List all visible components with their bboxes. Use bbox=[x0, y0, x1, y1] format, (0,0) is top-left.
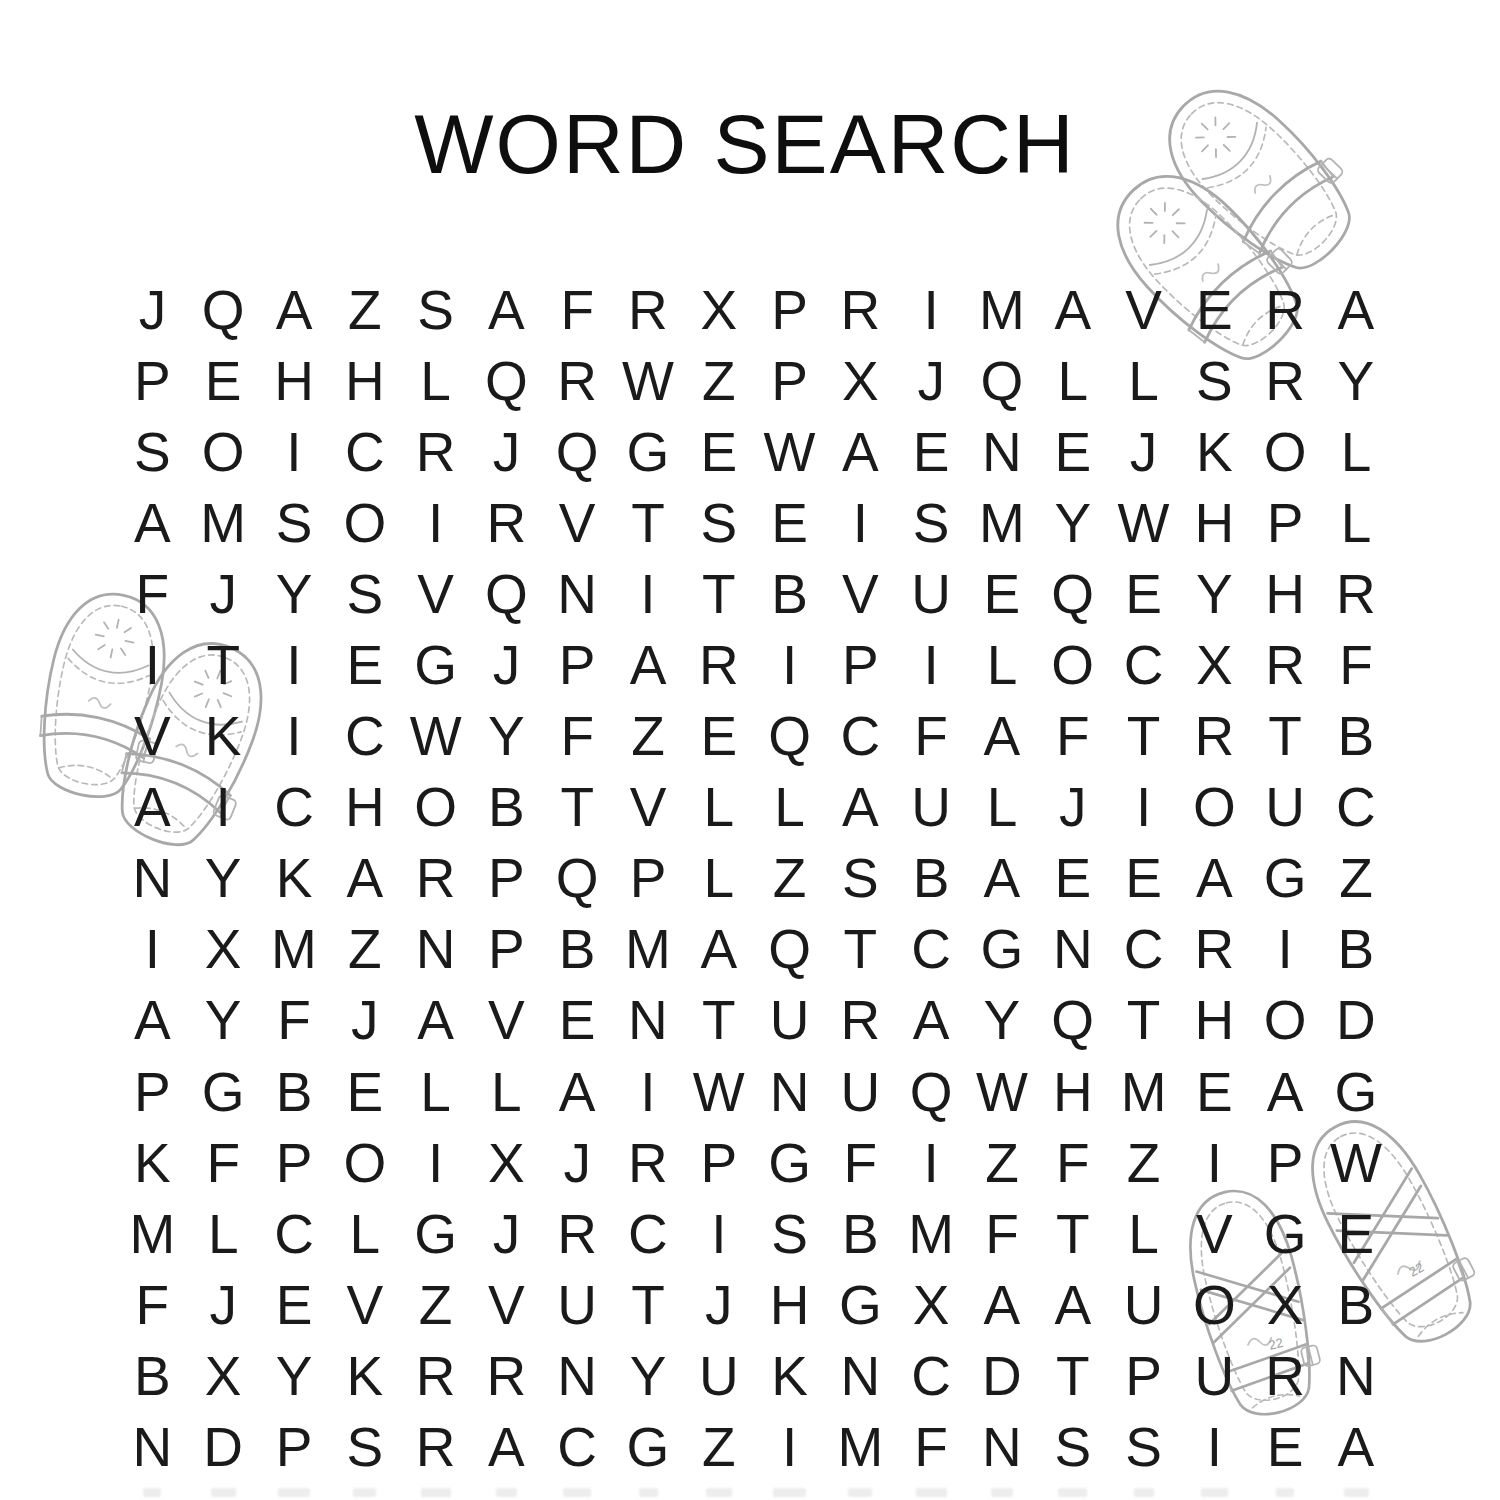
grid-cell[interactable]: J bbox=[542, 1127, 613, 1198]
grid-cell[interactable]: A bbox=[329, 843, 400, 914]
grid-cell[interactable]: P bbox=[471, 843, 542, 914]
grid-cell[interactable]: T bbox=[613, 487, 684, 558]
grid-cell[interactable]: B bbox=[1321, 701, 1392, 772]
grid-cell[interactable]: F bbox=[542, 701, 613, 772]
grid-cell[interactable]: G bbox=[188, 1056, 259, 1127]
grid-cell[interactable]: S bbox=[754, 1198, 825, 1269]
grid-cell[interactable]: F bbox=[542, 274, 613, 345]
grid-cell[interactable]: M bbox=[259, 914, 330, 985]
grid-cell[interactable]: N bbox=[400, 914, 471, 985]
grid-cell[interactable]: H bbox=[259, 345, 330, 416]
grid-cell[interactable]: C bbox=[825, 701, 896, 772]
grid-cell[interactable]: A bbox=[896, 985, 967, 1056]
grid-cell[interactable]: A bbox=[471, 1412, 542, 1483]
grid-cell[interactable]: N bbox=[967, 416, 1038, 487]
grid-cell[interactable]: C bbox=[329, 416, 400, 487]
grid-cell[interactable]: A bbox=[683, 914, 754, 985]
grid-cell[interactable]: S bbox=[896, 487, 967, 558]
grid-cell[interactable]: A bbox=[967, 701, 1038, 772]
grid-cell[interactable]: O bbox=[1037, 629, 1108, 700]
grid-cell[interactable]: P bbox=[683, 1127, 754, 1198]
grid-cell[interactable]: E bbox=[967, 558, 1038, 629]
grid-cell[interactable]: O bbox=[188, 416, 259, 487]
grid-cell[interactable]: I bbox=[613, 558, 684, 629]
grid-cell[interactable]: W bbox=[683, 1056, 754, 1127]
grid-cell[interactable]: A bbox=[400, 985, 471, 1056]
grid-cell[interactable]: X bbox=[1250, 1269, 1321, 1340]
grid-cell[interactable]: F bbox=[825, 1127, 896, 1198]
grid-cell[interactable]: E bbox=[1250, 1412, 1321, 1483]
grid-cell[interactable]: G bbox=[613, 1412, 684, 1483]
grid-cell[interactable]: H bbox=[754, 1269, 825, 1340]
grid-cell[interactable]: V bbox=[471, 1269, 542, 1340]
grid-cell[interactable]: R bbox=[825, 985, 896, 1056]
grid-cell[interactable]: B bbox=[825, 1198, 896, 1269]
grid-cell[interactable]: J bbox=[683, 1269, 754, 1340]
grid-cell[interactable]: R bbox=[471, 1340, 542, 1411]
grid-cell[interactable]: I bbox=[259, 629, 330, 700]
grid-cell[interactable]: M bbox=[967, 274, 1038, 345]
grid-cell[interactable]: D bbox=[1321, 985, 1392, 1056]
grid-cell[interactable]: Q bbox=[967, 345, 1038, 416]
grid-cell[interactable]: J bbox=[471, 629, 542, 700]
grid-cell[interactable]: R bbox=[1179, 914, 1250, 985]
grid-cell[interactable]: E bbox=[1037, 843, 1108, 914]
grid-cell[interactable]: O bbox=[329, 1127, 400, 1198]
grid-cell[interactable]: Q bbox=[542, 416, 613, 487]
grid-cell[interactable]: N bbox=[825, 1340, 896, 1411]
grid-cell[interactable]: Y bbox=[259, 558, 330, 629]
grid-cell[interactable]: M bbox=[967, 487, 1038, 558]
grid-cell[interactable]: N bbox=[542, 1340, 613, 1411]
grid-cell[interactable]: Y bbox=[1179, 558, 1250, 629]
grid-cell[interactable]: N bbox=[613, 985, 684, 1056]
grid-cell[interactable]: I bbox=[896, 274, 967, 345]
grid-cell[interactable]: R bbox=[542, 1198, 613, 1269]
grid-cell[interactable]: P bbox=[1108, 1340, 1179, 1411]
grid-cell[interactable]: V bbox=[117, 701, 188, 772]
grid-cell[interactable]: R bbox=[400, 1340, 471, 1411]
grid-cell[interactable]: M bbox=[188, 487, 259, 558]
grid-cell[interactable]: L bbox=[1321, 487, 1392, 558]
grid-cell[interactable]: P bbox=[471, 914, 542, 985]
grid-cell[interactable]: A bbox=[967, 1269, 1038, 1340]
grid-cell[interactable]: K bbox=[117, 1127, 188, 1198]
grid-cell[interactable]: Q bbox=[188, 274, 259, 345]
grid-cell[interactable]: K bbox=[1179, 416, 1250, 487]
grid-cell[interactable]: I bbox=[754, 1412, 825, 1483]
grid-cell[interactable]: O bbox=[1179, 772, 1250, 843]
grid-cell[interactable]: T bbox=[1037, 1340, 1108, 1411]
grid-cell[interactable]: R bbox=[613, 274, 684, 345]
grid-cell[interactable]: L bbox=[400, 345, 471, 416]
grid-cell[interactable]: B bbox=[259, 1056, 330, 1127]
grid-cell[interactable]: Z bbox=[754, 843, 825, 914]
grid-cell[interactable]: K bbox=[259, 843, 330, 914]
grid-cell[interactable]: L bbox=[683, 843, 754, 914]
grid-cell[interactable]: N bbox=[1037, 914, 1108, 985]
grid-cell[interactable]: S bbox=[329, 1412, 400, 1483]
grid-cell[interactable]: L bbox=[400, 1056, 471, 1127]
grid-cell[interactable]: Z bbox=[1108, 1127, 1179, 1198]
grid-cell[interactable]: K bbox=[188, 701, 259, 772]
grid-cell[interactable]: A bbox=[1037, 1269, 1108, 1340]
grid-cell[interactable]: E bbox=[259, 1269, 330, 1340]
grid-cell[interactable]: W bbox=[400, 701, 471, 772]
grid-cell[interactable]: X bbox=[188, 1340, 259, 1411]
grid-cell[interactable]: I bbox=[1250, 914, 1321, 985]
grid-cell[interactable]: Q bbox=[1037, 558, 1108, 629]
grid-cell[interactable]: M bbox=[613, 914, 684, 985]
grid-cell[interactable]: M bbox=[825, 1412, 896, 1483]
grid-cell[interactable]: C bbox=[896, 914, 967, 985]
grid-cell[interactable]: U bbox=[542, 1269, 613, 1340]
grid-cell[interactable]: H bbox=[1179, 985, 1250, 1056]
grid-cell[interactable]: I bbox=[1179, 1412, 1250, 1483]
grid-cell[interactable]: L bbox=[967, 772, 1038, 843]
grid-cell[interactable]: Y bbox=[188, 843, 259, 914]
grid-cell[interactable]: E bbox=[683, 701, 754, 772]
grid-cell[interactable]: I bbox=[188, 772, 259, 843]
grid-cell[interactable]: J bbox=[188, 558, 259, 629]
grid-cell[interactable]: F bbox=[259, 985, 330, 1056]
grid-cell[interactable]: C bbox=[896, 1340, 967, 1411]
grid-cell[interactable]: V bbox=[825, 558, 896, 629]
grid-cell[interactable]: M bbox=[117, 1198, 188, 1269]
grid-cell[interactable]: E bbox=[1037, 416, 1108, 487]
grid-cell[interactable]: K bbox=[754, 1340, 825, 1411]
grid-cell[interactable]: H bbox=[1250, 558, 1321, 629]
grid-cell[interactable]: F bbox=[896, 701, 967, 772]
grid-cell[interactable]: P bbox=[754, 345, 825, 416]
grid-cell[interactable]: I bbox=[400, 487, 471, 558]
grid-cell[interactable]: J bbox=[1037, 772, 1108, 843]
grid-cell[interactable]: P bbox=[259, 1127, 330, 1198]
grid-cell[interactable]: L bbox=[754, 772, 825, 843]
grid-cell[interactable]: A bbox=[1250, 1056, 1321, 1127]
grid-cell[interactable]: W bbox=[754, 416, 825, 487]
grid-cell[interactable]: A bbox=[613, 629, 684, 700]
grid-cell[interactable]: R bbox=[825, 274, 896, 345]
grid-cell[interactable]: P bbox=[117, 345, 188, 416]
grid-cell[interactable]: X bbox=[1179, 629, 1250, 700]
grid-cell[interactable]: Q bbox=[1037, 985, 1108, 1056]
grid-cell[interactable]: Q bbox=[542, 843, 613, 914]
grid-cell[interactable]: A bbox=[1037, 274, 1108, 345]
grid-cell[interactable]: U bbox=[1250, 772, 1321, 843]
grid-cell[interactable]: E bbox=[754, 487, 825, 558]
grid-cell[interactable]: Q bbox=[471, 558, 542, 629]
grid-cell[interactable]: F bbox=[896, 1412, 967, 1483]
grid-cell[interactable]: R bbox=[1250, 1340, 1321, 1411]
grid-cell[interactable]: I bbox=[896, 629, 967, 700]
grid-cell[interactable]: I bbox=[1108, 772, 1179, 843]
grid-cell[interactable]: A bbox=[1321, 1412, 1392, 1483]
grid-cell[interactable]: R bbox=[1250, 629, 1321, 700]
grid-cell[interactable]: B bbox=[542, 914, 613, 985]
grid-cell[interactable]: A bbox=[825, 416, 896, 487]
grid-cell[interactable]: Q bbox=[896, 1056, 967, 1127]
grid-cell[interactable]: U bbox=[1108, 1269, 1179, 1340]
grid-cell[interactable]: M bbox=[1108, 1056, 1179, 1127]
grid-cell[interactable]: A bbox=[117, 772, 188, 843]
grid-cell[interactable]: E bbox=[896, 416, 967, 487]
grid-cell[interactable]: G bbox=[754, 1127, 825, 1198]
grid-cell[interactable]: R bbox=[1250, 274, 1321, 345]
grid-cell[interactable]: S bbox=[329, 558, 400, 629]
grid-cell[interactable]: I bbox=[1179, 1127, 1250, 1198]
grid-cell[interactable]: C bbox=[1108, 914, 1179, 985]
grid-cell[interactable]: I bbox=[117, 629, 188, 700]
grid-cell[interactable]: Z bbox=[683, 345, 754, 416]
grid-cell[interactable]: I bbox=[400, 1127, 471, 1198]
grid-cell[interactable]: R bbox=[1179, 701, 1250, 772]
grid-cell[interactable]: I bbox=[259, 701, 330, 772]
grid-cell[interactable]: T bbox=[825, 914, 896, 985]
grid-cell[interactable]: A bbox=[542, 1056, 613, 1127]
grid-cell[interactable]: U bbox=[825, 1056, 896, 1127]
grid-cell[interactable]: U bbox=[896, 558, 967, 629]
grid-cell[interactable]: B bbox=[117, 1340, 188, 1411]
grid-cell[interactable]: C bbox=[259, 1198, 330, 1269]
grid-cell[interactable]: A bbox=[1321, 274, 1392, 345]
grid-cell[interactable]: S bbox=[1037, 1412, 1108, 1483]
grid-cell[interactable]: C bbox=[542, 1412, 613, 1483]
grid-cell[interactable]: S bbox=[400, 274, 471, 345]
grid-cell[interactable]: L bbox=[967, 629, 1038, 700]
grid-cell[interactable]: J bbox=[329, 985, 400, 1056]
grid-cell[interactable]: S bbox=[259, 487, 330, 558]
grid-cell[interactable]: F bbox=[967, 1198, 1038, 1269]
grid-cell[interactable]: A bbox=[471, 274, 542, 345]
grid-cell[interactable]: Q bbox=[754, 914, 825, 985]
grid-cell[interactable]: S bbox=[683, 487, 754, 558]
grid-cell[interactable]: R bbox=[613, 1127, 684, 1198]
grid-cell[interactable]: J bbox=[896, 345, 967, 416]
grid-cell[interactable]: I bbox=[683, 1198, 754, 1269]
grid-cell[interactable]: Z bbox=[613, 701, 684, 772]
grid-cell[interactable]: R bbox=[1250, 345, 1321, 416]
grid-cell[interactable]: Y bbox=[613, 1340, 684, 1411]
grid-cell[interactable]: O bbox=[1250, 416, 1321, 487]
grid-cell[interactable]: A bbox=[967, 843, 1038, 914]
grid-cell[interactable]: N bbox=[1321, 1340, 1392, 1411]
grid-cell[interactable]: B bbox=[1321, 914, 1392, 985]
grid-cell[interactable]: Y bbox=[1321, 345, 1392, 416]
grid-cell[interactable]: P bbox=[259, 1412, 330, 1483]
grid-cell[interactable]: U bbox=[1179, 1340, 1250, 1411]
grid-cell[interactable]: V bbox=[1108, 274, 1179, 345]
grid-cell[interactable]: P bbox=[1250, 1127, 1321, 1198]
grid-cell[interactable]: R bbox=[542, 345, 613, 416]
grid-cell[interactable]: E bbox=[329, 629, 400, 700]
grid-cell[interactable]: V bbox=[1179, 1198, 1250, 1269]
grid-cell[interactable]: A bbox=[1179, 843, 1250, 914]
grid-cell[interactable]: L bbox=[1037, 345, 1108, 416]
grid-cell[interactable]: J bbox=[471, 416, 542, 487]
grid-cell[interactable]: I bbox=[754, 629, 825, 700]
grid-cell[interactable]: V bbox=[329, 1269, 400, 1340]
grid-cell[interactable]: N bbox=[117, 1412, 188, 1483]
grid-cell[interactable]: Q bbox=[471, 345, 542, 416]
grid-cell[interactable]: M bbox=[896, 1198, 967, 1269]
grid-cell[interactable]: G bbox=[967, 914, 1038, 985]
grid-cell[interactable]: X bbox=[188, 914, 259, 985]
grid-cell[interactable]: I bbox=[613, 1056, 684, 1127]
grid-cell[interactable]: X bbox=[896, 1269, 967, 1340]
grid-cell[interactable]: V bbox=[542, 487, 613, 558]
grid-cell[interactable]: T bbox=[1108, 985, 1179, 1056]
grid-cell[interactable]: T bbox=[613, 1269, 684, 1340]
grid-cell[interactable]: E bbox=[542, 985, 613, 1056]
grid-cell[interactable]: Y bbox=[259, 1340, 330, 1411]
grid-cell[interactable]: I bbox=[896, 1127, 967, 1198]
grid-cell[interactable]: R bbox=[471, 487, 542, 558]
grid-cell[interactable]: T bbox=[542, 772, 613, 843]
grid-cell[interactable]: O bbox=[1250, 985, 1321, 1056]
grid-cell[interactable]: P bbox=[825, 629, 896, 700]
grid-cell[interactable]: U bbox=[896, 772, 967, 843]
grid-cell[interactable]: E bbox=[1179, 1056, 1250, 1127]
grid-cell[interactable]: I bbox=[259, 416, 330, 487]
grid-cell[interactable]: T bbox=[1108, 701, 1179, 772]
grid-cell[interactable]: P bbox=[754, 274, 825, 345]
grid-cell[interactable]: U bbox=[754, 985, 825, 1056]
grid-cell[interactable]: C bbox=[1321, 772, 1392, 843]
grid-cell[interactable]: E bbox=[188, 345, 259, 416]
grid-cell[interactable]: F bbox=[1037, 701, 1108, 772]
grid-cell[interactable]: L bbox=[1108, 345, 1179, 416]
grid-cell[interactable]: L bbox=[471, 1056, 542, 1127]
grid-cell[interactable]: T bbox=[1250, 701, 1321, 772]
grid-cell[interactable]: L bbox=[1108, 1198, 1179, 1269]
grid-cell[interactable]: Z bbox=[400, 1269, 471, 1340]
grid-cell[interactable]: O bbox=[329, 487, 400, 558]
grid-cell[interactable]: X bbox=[683, 274, 754, 345]
grid-cell[interactable]: V bbox=[400, 558, 471, 629]
grid-cell[interactable]: B bbox=[471, 772, 542, 843]
grid-cell[interactable]: N bbox=[542, 558, 613, 629]
grid-cell[interactable]: E bbox=[1108, 558, 1179, 629]
grid-cell[interactable]: P bbox=[613, 843, 684, 914]
grid-cell[interactable]: Y bbox=[188, 985, 259, 1056]
grid-cell[interactable]: N bbox=[967, 1412, 1038, 1483]
grid-cell[interactable]: I bbox=[825, 487, 896, 558]
grid-cell[interactable]: A bbox=[117, 487, 188, 558]
grid-cell[interactable]: H bbox=[329, 772, 400, 843]
grid-cell[interactable]: E bbox=[1179, 274, 1250, 345]
grid-cell[interactable]: H bbox=[1179, 487, 1250, 558]
grid-cell[interactable]: G bbox=[400, 1198, 471, 1269]
grid-cell[interactable]: G bbox=[400, 629, 471, 700]
grid-cell[interactable]: V bbox=[471, 985, 542, 1056]
grid-cell[interactable]: S bbox=[117, 416, 188, 487]
grid-cell[interactable]: Y bbox=[1037, 487, 1108, 558]
grid-cell[interactable]: O bbox=[400, 772, 471, 843]
grid-cell[interactable]: P bbox=[1250, 487, 1321, 558]
grid-cell[interactable]: W bbox=[1108, 487, 1179, 558]
grid-cell[interactable]: L bbox=[683, 772, 754, 843]
grid-cell[interactable]: G bbox=[825, 1269, 896, 1340]
grid-cell[interactable]: E bbox=[1108, 843, 1179, 914]
grid-cell[interactable]: Q bbox=[754, 701, 825, 772]
grid-cell[interactable]: B bbox=[754, 558, 825, 629]
grid-cell[interactable]: U bbox=[683, 1340, 754, 1411]
grid-cell[interactable]: K bbox=[329, 1340, 400, 1411]
grid-cell[interactable]: Z bbox=[329, 274, 400, 345]
grid-cell[interactable]: V bbox=[613, 772, 684, 843]
grid-cell[interactable]: N bbox=[117, 843, 188, 914]
grid-cell[interactable]: A bbox=[117, 985, 188, 1056]
grid-cell[interactable]: W bbox=[1321, 1127, 1392, 1198]
grid-cell[interactable]: G bbox=[1321, 1056, 1392, 1127]
grid-cell[interactable]: E bbox=[1321, 1198, 1392, 1269]
grid-cell[interactable]: S bbox=[1179, 345, 1250, 416]
grid-cell[interactable]: X bbox=[471, 1127, 542, 1198]
grid-cell[interactable]: E bbox=[683, 416, 754, 487]
grid-cell[interactable]: Y bbox=[967, 985, 1038, 1056]
grid-cell[interactable]: R bbox=[400, 843, 471, 914]
grid-cell[interactable]: A bbox=[825, 772, 896, 843]
grid-cell[interactable]: I bbox=[117, 914, 188, 985]
grid-cell[interactable]: R bbox=[400, 1412, 471, 1483]
grid-cell[interactable]: D bbox=[967, 1340, 1038, 1411]
grid-cell[interactable]: R bbox=[683, 629, 754, 700]
grid-cell[interactable]: X bbox=[825, 345, 896, 416]
grid-cell[interactable]: J bbox=[1108, 416, 1179, 487]
grid-cell[interactable]: H bbox=[1037, 1056, 1108, 1127]
grid-cell[interactable]: C bbox=[1108, 629, 1179, 700]
grid-cell[interactable]: F bbox=[188, 1127, 259, 1198]
grid-cell[interactable]: B bbox=[896, 843, 967, 914]
grid-cell[interactable]: C bbox=[329, 701, 400, 772]
grid-cell[interactable]: Z bbox=[967, 1127, 1038, 1198]
grid-cell[interactable]: S bbox=[1108, 1412, 1179, 1483]
grid-cell[interactable]: P bbox=[117, 1056, 188, 1127]
grid-cell[interactable]: T bbox=[683, 558, 754, 629]
grid-cell[interactable]: S bbox=[825, 843, 896, 914]
grid-cell[interactable]: L bbox=[329, 1198, 400, 1269]
grid-cell[interactable]: F bbox=[117, 558, 188, 629]
grid-cell[interactable]: O bbox=[1179, 1269, 1250, 1340]
grid-cell[interactable]: C bbox=[613, 1198, 684, 1269]
grid-cell[interactable]: T bbox=[1037, 1198, 1108, 1269]
grid-cell[interactable]: Z bbox=[1321, 843, 1392, 914]
grid-cell[interactable]: P bbox=[542, 629, 613, 700]
grid-cell[interactable]: Y bbox=[471, 701, 542, 772]
grid-cell[interactable]: F bbox=[1321, 629, 1392, 700]
grid-cell[interactable]: L bbox=[188, 1198, 259, 1269]
grid-cell[interactable]: G bbox=[1250, 1198, 1321, 1269]
grid-cell[interactable]: L bbox=[1321, 416, 1392, 487]
grid-cell[interactable]: G bbox=[1250, 843, 1321, 914]
grid-cell[interactable]: H bbox=[329, 345, 400, 416]
grid-cell[interactable]: C bbox=[259, 772, 330, 843]
grid-cell[interactable]: D bbox=[188, 1412, 259, 1483]
grid-cell[interactable]: T bbox=[683, 985, 754, 1056]
grid-cell[interactable]: J bbox=[117, 274, 188, 345]
grid-cell[interactable]: E bbox=[329, 1056, 400, 1127]
grid-cell[interactable]: N bbox=[754, 1056, 825, 1127]
grid-cell[interactable]: Z bbox=[683, 1412, 754, 1483]
grid-cell[interactable]: R bbox=[400, 416, 471, 487]
grid-cell[interactable]: T bbox=[188, 629, 259, 700]
grid-cell[interactable]: F bbox=[117, 1269, 188, 1340]
grid-cell[interactable]: B bbox=[1321, 1269, 1392, 1340]
grid-cell[interactable]: W bbox=[967, 1056, 1038, 1127]
grid-cell[interactable]: G bbox=[613, 416, 684, 487]
grid-cell[interactable]: F bbox=[1037, 1127, 1108, 1198]
